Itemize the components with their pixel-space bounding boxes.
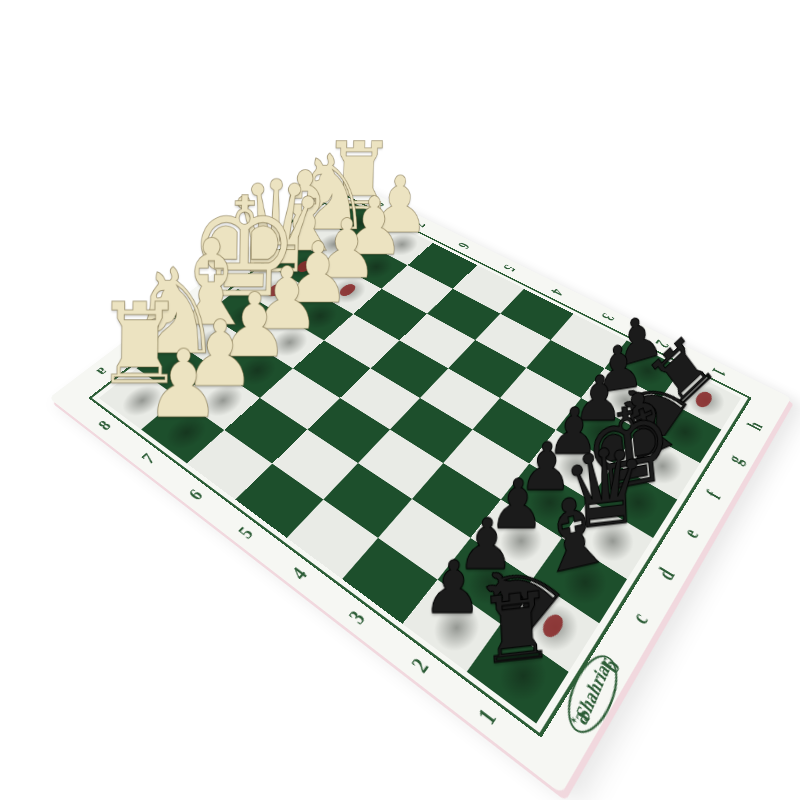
black-rook-a1: ♜ bbox=[476, 581, 556, 677]
white-pawn-a7: ♟ bbox=[145, 340, 222, 429]
square-f4 bbox=[448, 340, 526, 398]
square-a7: ♟ bbox=[141, 398, 224, 463]
photo-scene: abcdefgh abcdefgh 87654321 87654321 ✶ Sh… bbox=[0, 0, 800, 800]
board-mat: abcdefgh abcdefgh 87654321 87654321 ✶ Sh… bbox=[49, 177, 791, 794]
